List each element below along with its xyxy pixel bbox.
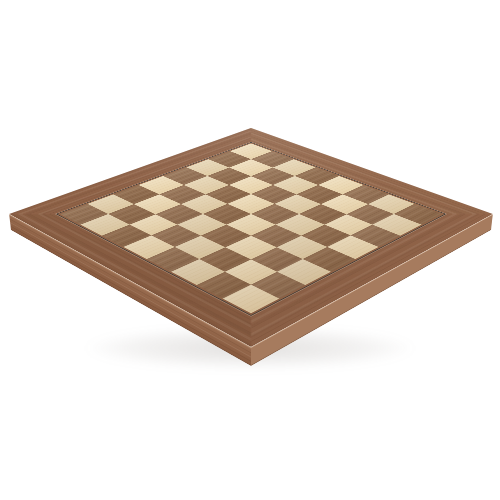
- square-f3: [226, 236, 277, 260]
- chess-board: [9, 128, 493, 347]
- square-g1: [196, 272, 251, 299]
- square-g4: [276, 236, 327, 260]
- square-e1: [147, 247, 199, 272]
- square-e4: [227, 214, 276, 236]
- square-h7: [373, 214, 422, 236]
- square-b1: [80, 214, 129, 236]
- square-h5: [327, 236, 378, 260]
- square-h4: [303, 247, 355, 272]
- square-c1: [102, 225, 152, 247]
- square-e2: [175, 236, 226, 260]
- square-e3: [201, 225, 251, 247]
- square-d1: [124, 236, 175, 260]
- square-f1: [171, 259, 224, 285]
- square-h3: [278, 259, 331, 285]
- board-top-face: [9, 128, 493, 347]
- square-c2: [129, 214, 178, 236]
- square-g3: [251, 247, 303, 272]
- square-g5: [301, 225, 351, 247]
- square-h6: [351, 225, 401, 247]
- square-d3: [178, 214, 227, 236]
- square-h1: [223, 285, 279, 313]
- square-g2: [224, 259, 277, 285]
- playing-area: [56, 142, 446, 316]
- square-g6: [324, 214, 373, 236]
- product-photo: { "game": "chess", "position": { "fen": …: [0, 0, 500, 500]
- square-d2: [151, 225, 201, 247]
- square-f4: [251, 225, 301, 247]
- photo-stage: [0, 0, 500, 500]
- square-h2: [251, 272, 306, 299]
- square-f5: [275, 214, 324, 236]
- square-f2: [199, 247, 251, 272]
- board-scene: [80, 43, 422, 385]
